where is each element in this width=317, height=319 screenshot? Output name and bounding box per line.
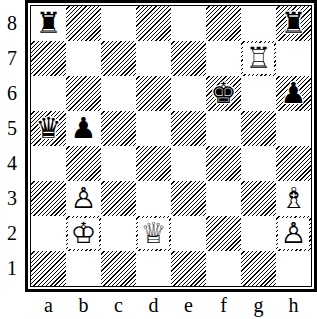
square-h8[interactable]: ♜ [276, 6, 311, 41]
square-f6[interactable]: ♚ [206, 76, 241, 111]
square-c5[interactable] [101, 111, 136, 146]
square-e7[interactable] [171, 41, 206, 76]
white-king-piece[interactable]: ♔ [68, 218, 99, 249]
square-h5[interactable] [276, 111, 311, 146]
chess-board: ♜♜♖♚♟♛♟♙♗♔♕♙ [31, 6, 311, 286]
file-label-b: b [66, 292, 101, 319]
file-label-g: g [241, 292, 276, 319]
square-f8[interactable] [206, 6, 241, 41]
square-g6[interactable] [241, 76, 276, 111]
square-f7[interactable] [206, 41, 241, 76]
square-e4[interactable] [171, 146, 206, 181]
file-label-e: e [171, 292, 206, 319]
square-b7[interactable] [66, 41, 101, 76]
square-d3[interactable] [136, 181, 171, 216]
square-b2[interactable]: ♔ [66, 216, 101, 251]
rank-label-5: 5 [0, 111, 24, 146]
rank-labels: 87654321 [0, 6, 24, 286]
square-e3[interactable] [171, 181, 206, 216]
board-frame: ♜♜♖♚♟♛♟♙♗♔♕♙ [25, 0, 317, 292]
black-rook-piece[interactable]: ♜ [278, 8, 309, 39]
square-e5[interactable] [171, 111, 206, 146]
square-d6[interactable] [136, 76, 171, 111]
square-h1[interactable] [276, 251, 311, 286]
square-b5[interactable]: ♟ [66, 111, 101, 146]
square-b8[interactable] [66, 6, 101, 41]
square-a6[interactable] [31, 76, 66, 111]
square-e8[interactable] [171, 6, 206, 41]
square-a1[interactable] [31, 251, 66, 286]
square-c8[interactable] [101, 6, 136, 41]
rank-label-4: 4 [0, 146, 24, 181]
square-c3[interactable] [101, 181, 136, 216]
file-label-a: a [31, 292, 66, 319]
square-h7[interactable] [276, 41, 311, 76]
square-a3[interactable] [31, 181, 66, 216]
square-g7[interactable]: ♖ [241, 41, 276, 76]
rank-label-1: 1 [0, 251, 24, 286]
square-g2[interactable] [241, 216, 276, 251]
square-h3[interactable]: ♗ [276, 181, 311, 216]
square-a2[interactable] [31, 216, 66, 251]
rank-label-2: 2 [0, 216, 24, 251]
board-inner-border: ♜♜♖♚♟♛♟♙♗♔♕♙ [30, 5, 312, 287]
square-f2[interactable] [206, 216, 241, 251]
black-pawn-piece[interactable]: ♟ [68, 113, 99, 144]
chess-diagram-page: 87654321 ♜♜♖♚♟♛♟♙♗♔♕♙ abcdefgh [0, 0, 317, 319]
square-d4[interactable] [136, 146, 171, 181]
square-c2[interactable] [101, 216, 136, 251]
square-b3[interactable]: ♙ [66, 181, 101, 216]
square-b4[interactable] [66, 146, 101, 181]
file-labels: abcdefgh [31, 292, 311, 319]
square-e6[interactable] [171, 76, 206, 111]
file-label-c: c [101, 292, 136, 319]
square-c1[interactable] [101, 251, 136, 286]
black-rook-piece[interactable]: ♜ [33, 8, 64, 39]
rank-label-3: 3 [0, 181, 24, 216]
rank-label-6: 6 [0, 76, 24, 111]
square-f1[interactable] [206, 251, 241, 286]
rank-label-8: 8 [0, 6, 24, 41]
file-label-d: d [136, 292, 171, 319]
square-d7[interactable] [136, 41, 171, 76]
white-rook-piece[interactable]: ♖ [243, 43, 274, 74]
file-label-h: h [276, 292, 311, 319]
square-c4[interactable] [101, 146, 136, 181]
rank-label-7: 7 [0, 41, 24, 76]
square-d2[interactable]: ♕ [136, 216, 171, 251]
square-g5[interactable] [241, 111, 276, 146]
square-c6[interactable] [101, 76, 136, 111]
square-a5[interactable]: ♛ [31, 111, 66, 146]
square-g8[interactable] [241, 6, 276, 41]
square-e2[interactable] [171, 216, 206, 251]
square-g4[interactable] [241, 146, 276, 181]
white-bishop-piece[interactable]: ♗ [278, 183, 309, 214]
square-a4[interactable] [31, 146, 66, 181]
white-pawn-piece[interactable]: ♙ [278, 218, 309, 249]
square-c7[interactable] [101, 41, 136, 76]
square-a7[interactable] [31, 41, 66, 76]
black-pawn-piece[interactable]: ♟ [278, 78, 309, 109]
square-e1[interactable] [171, 251, 206, 286]
square-b1[interactable] [66, 251, 101, 286]
square-h2[interactable]: ♙ [276, 216, 311, 251]
square-d1[interactable] [136, 251, 171, 286]
black-queen-piece[interactable]: ♛ [33, 113, 64, 144]
square-a8[interactable]: ♜ [31, 6, 66, 41]
square-f3[interactable] [206, 181, 241, 216]
white-pawn-piece[interactable]: ♙ [68, 183, 99, 214]
square-b6[interactable] [66, 76, 101, 111]
square-d5[interactable] [136, 111, 171, 146]
white-queen-piece[interactable]: ♕ [138, 218, 169, 249]
square-d8[interactable] [136, 6, 171, 41]
square-h6[interactable]: ♟ [276, 76, 311, 111]
square-g3[interactable] [241, 181, 276, 216]
square-h4[interactable] [276, 146, 311, 181]
black-king-piece[interactable]: ♚ [208, 78, 239, 109]
file-label-f: f [206, 292, 241, 319]
square-f5[interactable] [206, 111, 241, 146]
square-f4[interactable] [206, 146, 241, 181]
square-g1[interactable] [241, 251, 276, 286]
